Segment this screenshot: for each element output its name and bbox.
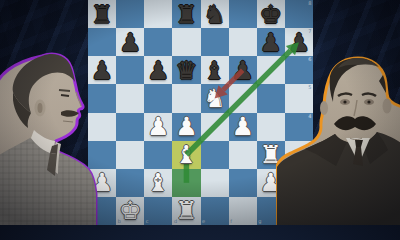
square-f4[interactable]: ♟ [229,113,257,141]
square-b3[interactable] [116,141,144,169]
square-f8[interactable] [229,0,257,28]
piece-white-P[interactable]: ♟ [229,113,257,141]
square-c7[interactable] [144,28,172,56]
square-b4[interactable] [116,113,144,141]
piece-black-B[interactable]: ♝ [201,56,229,84]
square-d2[interactable] [172,169,200,197]
piece-white-N[interactable]: ♞ [201,84,229,112]
square-d7[interactable] [172,28,200,56]
portrait-right-player [276,50,400,225]
coord-file-label: d [174,219,177,224]
piece-black-N[interactable]: ♞ [201,0,229,28]
piece-white-B[interactable]: ♝ [172,141,200,169]
square-c4[interactable]: ♟ [144,113,172,141]
piece-black-R[interactable]: ♜ [172,0,200,28]
square-d8[interactable]: ♜ [172,0,200,28]
square-b1[interactable]: ♚b [116,197,144,225]
square-e3[interactable] [201,141,229,169]
piece-black-P[interactable]: ♟ [144,56,172,84]
square-d4[interactable]: ♟ [172,113,200,141]
square-d3[interactable]: ♝ [172,141,200,169]
square-c8[interactable] [144,0,172,28]
square-e7[interactable] [201,28,229,56]
square-d1[interactable]: ♜d [172,197,200,225]
square-f7[interactable] [229,28,257,56]
thumbnail-scene: ♜♜♞♚8♟♟♟7♟♟♛♝♟6♞5♟♟♟4♝♜3♟♝♟2a♚bc♜defg1h [0,0,400,225]
piece-white-P[interactable]: ♟ [172,113,200,141]
portrait-left-player [0,50,100,225]
square-f3[interactable] [229,141,257,169]
square-b5[interactable] [116,84,144,112]
square-e5[interactable]: ♞ [201,84,229,112]
square-e4[interactable] [201,113,229,141]
coord-rank-label: 8 [308,1,311,6]
square-b6[interactable] [116,56,144,84]
piece-black-R[interactable]: ♜ [88,0,116,28]
square-a8[interactable]: ♜ [88,0,116,28]
square-h8[interactable]: 8 [285,0,313,28]
square-d6[interactable]: ♛ [172,56,200,84]
coord-file-label: f [230,219,232,224]
piece-black-Q[interactable]: ♛ [172,56,200,84]
square-c5[interactable] [144,84,172,112]
piece-white-P[interactable]: ♟ [144,113,172,141]
square-e6[interactable]: ♝ [201,56,229,84]
square-c1[interactable]: c [144,197,172,225]
coord-file-label: e [202,219,205,224]
square-e1[interactable]: e [201,197,229,225]
square-c3[interactable] [144,141,172,169]
square-g8[interactable]: ♚ [257,0,285,28]
coord-rank-label: 7 [308,29,311,34]
square-f5[interactable] [229,84,257,112]
coord-file-label: c [146,219,149,224]
square-e2[interactable] [201,169,229,197]
piece-black-P[interactable]: ♟ [116,28,144,56]
square-f2[interactable] [229,169,257,197]
square-c2[interactable]: ♝ [144,169,172,197]
square-f6[interactable]: ♟ [229,56,257,84]
square-b7[interactable]: ♟ [116,28,144,56]
coord-file-label: b [118,219,121,224]
square-f1[interactable]: f [229,197,257,225]
square-e8[interactable]: ♞ [201,0,229,28]
piece-black-P[interactable]: ♟ [229,56,257,84]
square-c6[interactable]: ♟ [144,56,172,84]
square-b2[interactable] [116,169,144,197]
piece-black-K[interactable]: ♚ [257,0,285,28]
square-d5[interactable] [172,84,200,112]
square-b8[interactable] [116,0,144,28]
piece-white-B[interactable]: ♝ [144,169,172,197]
coord-file-label: g [258,219,261,224]
